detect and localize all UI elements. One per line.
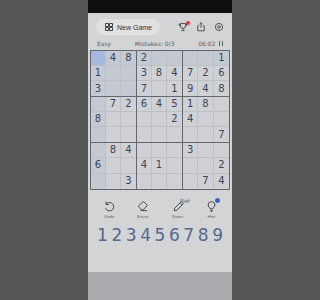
cell-r3c9[interactable]: 8: [214, 81, 229, 96]
cell-r3c8[interactable]: 4: [198, 81, 213, 96]
cell-r2c7[interactable]: 7: [183, 66, 198, 81]
box-8: 41: [137, 143, 183, 189]
cell-r2c6[interactable]: 4: [167, 66, 182, 81]
cell-r8c6[interactable]: [167, 158, 182, 173]
cell-r5c1[interactable]: 8: [91, 112, 106, 127]
pause-icon[interactable]: [219, 41, 224, 46]
cell-r7c1[interactable]: [91, 143, 106, 158]
numpad-3[interactable]: 3: [125, 225, 138, 245]
cell-r8c5[interactable]: 1: [152, 158, 167, 173]
number-pad: 123456789: [88, 220, 232, 245]
cell-r6c7[interactable]: [183, 127, 198, 142]
cell-r4c1[interactable]: [91, 97, 106, 112]
box-9: 3274: [183, 143, 229, 189]
box-5: 6452: [137, 97, 183, 143]
cell-r5c7[interactable]: 4: [183, 112, 198, 127]
cell-r3c3[interactable]: [121, 81, 136, 96]
numpad-4[interactable]: 4: [139, 225, 152, 245]
cell-r6c6[interactable]: [167, 127, 182, 142]
cell-r2c2[interactable]: [106, 66, 121, 81]
cell-r5c9[interactable]: [214, 112, 229, 127]
notification-dot: [186, 21, 190, 25]
cell-r3c5[interactable]: [152, 81, 167, 96]
cell-r7c4[interactable]: [137, 143, 152, 158]
erase-button[interactable]: Erase: [135, 200, 151, 220]
cell-r1c8[interactable]: [198, 51, 213, 66]
cell-r3c6[interactable]: 1: [167, 81, 182, 96]
gesture-bar-area: [88, 272, 232, 300]
cell-r9c6[interactable]: [167, 174, 182, 189]
sudoku-board: 48132384711726948728645218478463413274: [90, 50, 230, 190]
cell-r9c4[interactable]: [137, 174, 152, 189]
numpad-8[interactable]: 8: [197, 225, 210, 245]
cell-r7c7[interactable]: 3: [183, 143, 198, 158]
new-game-label: New Game: [117, 24, 152, 31]
trophy-icon[interactable]: [178, 22, 188, 32]
notes-off-badge: OFF: [180, 198, 190, 202]
cell-r7c3[interactable]: 4: [121, 143, 136, 158]
cell-r1c1[interactable]: [91, 51, 106, 66]
numpad-7[interactable]: 7: [182, 225, 195, 245]
box-6: 1847: [183, 97, 229, 143]
timer: 06:02: [198, 40, 223, 47]
cell-r3c4[interactable]: 7: [137, 81, 152, 96]
cell-r5c6[interactable]: 2: [167, 112, 182, 127]
cell-r9c8[interactable]: 7: [198, 174, 213, 189]
cell-r8c8[interactable]: [198, 158, 213, 173]
cell-r5c5[interactable]: [152, 112, 167, 127]
cell-r1c6[interactable]: [167, 51, 182, 66]
cell-r6c1[interactable]: [91, 127, 106, 142]
cell-r6c9[interactable]: 7: [214, 127, 229, 142]
cell-r1c4[interactable]: 2: [137, 51, 152, 66]
undo-label: Undo: [104, 214, 114, 218]
timer-value: 06:02: [198, 40, 215, 47]
cell-r6c4[interactable]: [137, 127, 152, 142]
cell-r8c7[interactable]: [183, 158, 198, 173]
share-icon[interactable]: [196, 22, 206, 32]
numpad-9[interactable]: 9: [211, 225, 224, 245]
undo-button[interactable]: Undo: [102, 200, 116, 220]
cell-r3c1[interactable]: 3: [91, 81, 106, 96]
board-wrap: 48132384711726948728645218478463413274: [88, 50, 232, 190]
cell-r1c5[interactable]: [152, 51, 167, 66]
numpad-5[interactable]: 5: [154, 225, 167, 245]
status-bar: [88, 0, 232, 13]
cell-r5c8[interactable]: [198, 112, 213, 127]
cell-r6c2[interactable]: [106, 127, 121, 142]
cell-r8c2[interactable]: [106, 158, 121, 173]
numpad-6[interactable]: 6: [168, 225, 181, 245]
cell-r4c8[interactable]: 8: [198, 97, 213, 112]
new-game-button[interactable]: New Game: [96, 19, 160, 35]
settings-gear-icon[interactable]: [214, 22, 224, 32]
cell-r9c1[interactable]: [91, 174, 106, 189]
cell-r3c2[interactable]: [106, 81, 121, 96]
hint-button[interactable]: Hint: [205, 200, 218, 220]
cell-r6c8[interactable]: [198, 127, 213, 142]
cell-r3c7[interactable]: 9: [183, 81, 198, 96]
toolbar: Undo Erase OFF Notes Hint: [88, 190, 232, 220]
mistakes-counter: Mistakes: 0/3: [135, 40, 175, 47]
cell-r7c9[interactable]: [214, 143, 229, 158]
box-7: 8463: [91, 143, 137, 189]
top-bar: New Game: [88, 13, 232, 38]
cell-r2c5[interactable]: 8: [152, 66, 167, 81]
cell-r5c2[interactable]: [106, 112, 121, 127]
cell-r5c3[interactable]: [121, 112, 136, 127]
difficulty-label: Easy: [97, 40, 111, 47]
cell-r6c3[interactable]: [121, 127, 136, 142]
cell-r2c4[interactable]: 3: [137, 66, 152, 81]
notes-label: Notes: [173, 214, 184, 218]
cell-r9c9[interactable]: 4: [214, 174, 229, 189]
eraser-icon: [137, 200, 150, 213]
cell-r4c6[interactable]: 5: [167, 97, 182, 112]
cell-r9c7[interactable]: [183, 174, 198, 189]
cell-r7c6[interactable]: [167, 143, 182, 158]
cell-r8c3[interactable]: [121, 158, 136, 173]
grid-icon: [104, 22, 114, 32]
box-3: 1726948: [183, 51, 229, 97]
cell-r4c4[interactable]: 6: [137, 97, 152, 112]
box-4: 728: [91, 97, 137, 143]
cell-r7c8[interactable]: [198, 143, 213, 158]
cell-r5c4[interactable]: [137, 112, 152, 127]
top-icons: [178, 22, 224, 32]
cell-r7c2[interactable]: 8: [106, 143, 121, 158]
cell-r7c5[interactable]: [152, 143, 167, 158]
hint-label: Hint: [208, 214, 215, 218]
cell-r2c1[interactable]: 1: [91, 66, 106, 81]
cell-r4c7[interactable]: 1: [183, 97, 198, 112]
numpad-2[interactable]: 2: [110, 225, 123, 245]
box-2: 238471: [137, 51, 183, 97]
cell-r9c3[interactable]: 3: [121, 174, 136, 189]
cell-r2c9[interactable]: 6: [214, 66, 229, 81]
cell-r2c3[interactable]: [121, 66, 136, 81]
cell-r1c2[interactable]: 4: [106, 51, 121, 66]
cell-r2c8[interactable]: 2: [198, 66, 213, 81]
cell-r1c9[interactable]: 1: [214, 51, 229, 66]
cell-r4c9[interactable]: [214, 97, 229, 112]
cell-r4c2[interactable]: 7: [106, 97, 121, 112]
cell-r9c5[interactable]: [152, 174, 167, 189]
cell-r8c1[interactable]: 6: [91, 158, 106, 173]
box-1: 4813: [91, 51, 137, 97]
cell-r4c5[interactable]: 4: [152, 97, 167, 112]
cell-r9c2[interactable]: [106, 174, 121, 189]
game-info-row: Easy Mistakes: 0/3 06:02: [88, 38, 232, 50]
erase-label: Erase: [138, 214, 149, 218]
cell-r1c7[interactable]: [183, 51, 198, 66]
sudoku-app: New Game Easy Mistakes: 0/3 06:02 481323…: [88, 0, 232, 300]
cell-r1c3[interactable]: 8: [121, 51, 136, 66]
undo-icon: [103, 200, 116, 213]
notes-button[interactable]: OFF Notes: [170, 200, 186, 220]
cell-r8c9[interactable]: 2: [214, 158, 229, 173]
cell-r4c3[interactable]: 2: [121, 97, 136, 112]
cell-r8c4[interactable]: 4: [137, 158, 152, 173]
hint-badge: [215, 198, 220, 203]
numpad-1[interactable]: 1: [96, 225, 109, 245]
cell-r6c5[interactable]: [152, 127, 167, 142]
